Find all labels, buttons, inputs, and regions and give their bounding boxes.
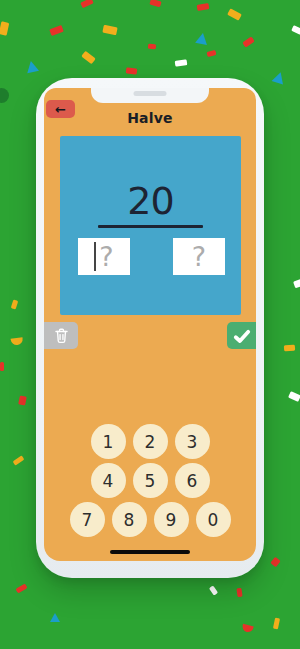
confetti-piece <box>270 557 281 568</box>
home-indicator[interactable] <box>110 550 190 554</box>
confetti-piece <box>0 362 4 371</box>
confetti-piece <box>13 455 25 465</box>
key-6[interactable]: 6 <box>175 463 210 498</box>
confetti-piece <box>207 50 217 57</box>
confetti-piece <box>209 585 218 595</box>
confetti-piece <box>273 618 280 630</box>
confetti-piece <box>149 0 161 7</box>
confetti-piece <box>49 25 64 36</box>
text-caret <box>94 242 96 271</box>
confetti-piece <box>197 3 210 11</box>
phone-notch <box>91 88 209 103</box>
key-8[interactable]: 8 <box>112 502 147 537</box>
checkmark-icon <box>232 326 252 346</box>
phone-frame: ← Halve 20 ? ? <box>36 78 264 578</box>
confetti-piece <box>241 624 253 634</box>
delete-button[interactable] <box>44 322 78 349</box>
key-9[interactable]: 9 <box>154 502 189 537</box>
confetti-piece <box>195 32 209 45</box>
page-title: Halve <box>44 110 256 126</box>
confetti-piece <box>126 67 138 74</box>
key-4[interactable]: 4 <box>91 463 126 498</box>
placeholder-question-mark: ? <box>99 243 113 270</box>
key-2[interactable]: 2 <box>133 424 168 459</box>
confetti-piece <box>25 60 39 73</box>
confetti-piece <box>0 21 9 35</box>
key-0[interactable]: 0 <box>196 502 231 537</box>
confetti-piece <box>50 613 60 622</box>
number-to-halve: 20 <box>60 182 241 220</box>
key-5[interactable]: 5 <box>133 463 168 498</box>
keypad-row: 1 2 3 <box>44 424 256 459</box>
app-store-screenshot: ← Halve 20 ? ? <box>0 0 300 649</box>
number-keypad: 1 2 3 4 5 6 7 8 9 0 <box>44 424 256 541</box>
answer-input-right[interactable]: ? <box>173 238 225 275</box>
submit-button[interactable] <box>227 322 256 349</box>
confetti-piece <box>81 51 96 65</box>
speaker-slot <box>134 91 167 96</box>
confetti-piece <box>288 391 300 402</box>
fraction-line <box>98 225 203 228</box>
confetti-piece <box>18 395 27 405</box>
confetti-piece <box>242 36 254 47</box>
confetti-piece <box>272 70 287 84</box>
key-3[interactable]: 3 <box>175 424 210 459</box>
keypad-row: 4 5 6 <box>44 463 256 498</box>
confetti-piece <box>148 44 156 50</box>
key-1[interactable]: 1 <box>91 424 126 459</box>
confetti-piece <box>227 8 242 20</box>
confetti-piece <box>175 59 188 67</box>
key-7[interactable]: 7 <box>70 502 105 537</box>
confetti-piece <box>11 337 24 346</box>
question-card: 20 ? ? <box>60 136 241 315</box>
app-screen: ← Halve 20 ? ? <box>44 88 256 561</box>
trash-icon <box>52 326 71 345</box>
confetti-piece <box>0 88 9 103</box>
confetti-piece <box>293 279 300 289</box>
confetti-piece <box>284 345 295 352</box>
confetti-piece <box>80 0 93 8</box>
confetti-piece <box>291 25 300 35</box>
confetti-piece <box>236 588 242 598</box>
confetti-piece <box>11 299 19 309</box>
placeholder-question-mark: ? <box>192 243 206 270</box>
answer-input-left[interactable]: ? <box>78 238 130 275</box>
confetti-piece <box>15 584 27 594</box>
keypad-row: 7 8 9 0 <box>44 502 256 537</box>
confetti-piece <box>102 25 117 36</box>
